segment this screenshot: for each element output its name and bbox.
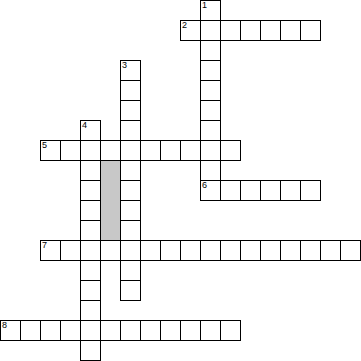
cell-r9-c10[interactable]	[200, 180, 221, 201]
cell-r16-c3[interactable]	[60, 320, 81, 341]
cell-r3-c6[interactable]	[120, 60, 141, 81]
cell-r7-c6[interactable]	[120, 140, 141, 161]
cell-r12-c7[interactable]	[140, 240, 161, 261]
cell-r9-c15[interactable]	[300, 180, 321, 201]
cell-r12-c5[interactable]	[100, 240, 121, 261]
cell-r16-c6[interactable]	[120, 320, 141, 341]
cell-r16-c0[interactable]	[0, 320, 21, 341]
cell-r7-c7[interactable]	[140, 140, 161, 161]
cell-r16-c2[interactable]	[40, 320, 61, 341]
cell-r16-c9[interactable]	[180, 320, 201, 341]
cell-r17-c4[interactable]	[80, 340, 101, 361]
cell-r12-c11[interactable]	[220, 240, 241, 261]
cell-r16-c8[interactable]	[160, 320, 181, 341]
cell-r7-c3[interactable]	[60, 140, 81, 161]
cell-r8-c10[interactable]	[200, 160, 221, 181]
cell-r12-c16[interactable]	[320, 240, 341, 261]
cell-r5-c6[interactable]	[120, 100, 141, 121]
cell-r1-c12[interactable]	[240, 20, 261, 41]
cell-r0-c10[interactable]	[200, 0, 221, 21]
cell-r9-c14[interactable]	[280, 180, 301, 201]
cell-r1-c11[interactable]	[220, 20, 241, 41]
cell-r7-c5[interactable]	[100, 140, 121, 161]
cell-r16-c11[interactable]	[220, 320, 241, 341]
cell-r8-c4[interactable]	[80, 160, 101, 181]
cell-r12-c14[interactable]	[280, 240, 301, 261]
cell-r12-c6[interactable]	[120, 240, 141, 261]
cell-r11-c4[interactable]	[80, 220, 101, 241]
cell-r13-c4[interactable]	[80, 260, 101, 281]
crossword-page: 12345678	[0, 0, 361, 361]
cell-r15-c4[interactable]	[80, 300, 101, 321]
cell-r12-c17[interactable]	[340, 240, 361, 261]
cell-r13-c6[interactable]	[120, 260, 141, 281]
cell-r5-c10[interactable]	[200, 100, 221, 121]
cell-r3-c10[interactable]	[200, 60, 221, 81]
cell-r16-c1[interactable]	[20, 320, 41, 341]
cell-r11-c6[interactable]	[120, 220, 141, 241]
crossword-board: 12345678	[0, 0, 361, 361]
cell-r7-c8[interactable]	[160, 140, 181, 161]
cell-r1-c15[interactable]	[300, 20, 321, 41]
cell-r14-c4[interactable]	[80, 280, 101, 301]
cell-r9-c11[interactable]	[220, 180, 241, 201]
cell-r12-c12[interactable]	[240, 240, 261, 261]
cell-r6-c6[interactable]	[120, 120, 141, 141]
cell-r12-c8[interactable]	[160, 240, 181, 261]
cell-r16-c10[interactable]	[200, 320, 221, 341]
cell-r9-c13[interactable]	[260, 180, 281, 201]
cell-r12-c9[interactable]	[180, 240, 201, 261]
cell-r7-c2[interactable]	[40, 140, 61, 161]
cell-r1-c13[interactable]	[260, 20, 281, 41]
cell-r12-c4[interactable]	[80, 240, 101, 261]
cell-r2-c10[interactable]	[200, 40, 221, 61]
cell-r16-c7[interactable]	[140, 320, 161, 341]
cell-r16-c4[interactable]	[80, 320, 101, 341]
cell-r7-c10[interactable]	[200, 140, 221, 161]
cell-r9-c4[interactable]	[80, 180, 101, 201]
cell-r12-c2[interactable]	[40, 240, 61, 261]
cell-r10-c6[interactable]	[120, 200, 141, 221]
cell-r6-c10[interactable]	[200, 120, 221, 141]
cell-r12-c13[interactable]	[260, 240, 281, 261]
cell-r9-c12[interactable]	[240, 180, 261, 201]
cell-r6-c4[interactable]	[80, 120, 101, 141]
shaded-block	[100, 160, 121, 241]
cell-r4-c10[interactable]	[200, 80, 221, 101]
cell-r7-c4[interactable]	[80, 140, 101, 161]
cell-r7-c9[interactable]	[180, 140, 201, 161]
cell-r16-c5[interactable]	[100, 320, 121, 341]
cell-r1-c9[interactable]	[180, 20, 201, 41]
cell-r4-c6[interactable]	[120, 80, 141, 101]
cell-r7-c11[interactable]	[220, 140, 241, 161]
cell-r12-c10[interactable]	[200, 240, 221, 261]
cell-r1-c10[interactable]	[200, 20, 221, 41]
cell-r9-c6[interactable]	[120, 180, 141, 201]
cell-r1-c14[interactable]	[280, 20, 301, 41]
cell-r8-c6[interactable]	[120, 160, 141, 181]
cell-r10-c4[interactable]	[80, 200, 101, 221]
cell-r12-c15[interactable]	[300, 240, 321, 261]
cell-r12-c3[interactable]	[60, 240, 81, 261]
cell-r14-c6[interactable]	[120, 280, 141, 301]
